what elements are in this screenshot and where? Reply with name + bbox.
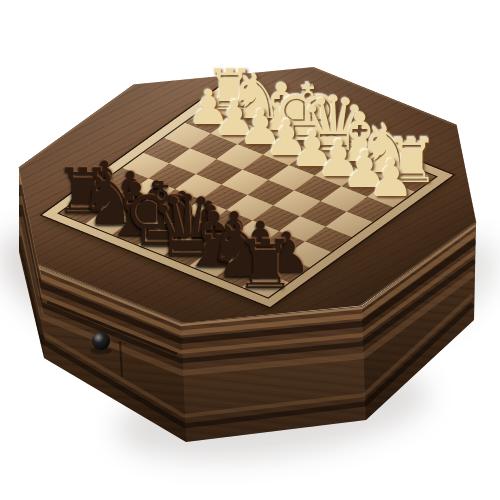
piece-black-rook[interactable]: ♜	[235, 230, 296, 298]
piece-white-pawn[interactable]: ♟	[368, 154, 414, 206]
drawer-knob[interactable]	[92, 332, 110, 350]
product-photo-scene: ♜♞♝♚♛♝♞♜♟♟♟♟♟♟♟♟♟♟♟♟♟♟♟♟♜♞♝♚♛♝♞♜	[0, 0, 500, 500]
